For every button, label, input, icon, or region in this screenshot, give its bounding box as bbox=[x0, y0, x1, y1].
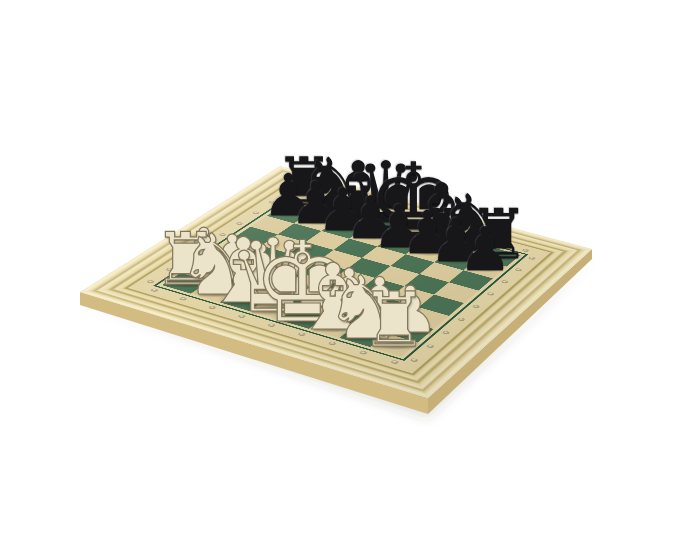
frame-screw bbox=[443, 331, 450, 334]
photo-stage: ♜♞♟♝♟♛♟♚♟♝♟♞♟♜♟♟♟♟♜♟♞♟♝♟♛♟♚♟♝♟♞♜ bbox=[0, 0, 700, 560]
frame-screw bbox=[458, 318, 465, 321]
frame-screw bbox=[253, 212, 259, 215]
piece-black-pawn-h7[interactable]: ♟ bbox=[458, 219, 512, 279]
frame-screw bbox=[473, 305, 479, 308]
frame-screw bbox=[488, 292, 494, 295]
piece-white-rook-h1[interactable]: ♜ bbox=[360, 283, 428, 359]
